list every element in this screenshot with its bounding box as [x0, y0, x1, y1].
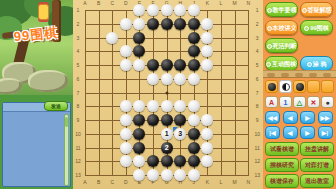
grid-line-vertical	[221, 10, 222, 176]
column-label-bottom: K	[206, 180, 209, 185]
black-stone	[161, 155, 173, 167]
menu-button-label: 互动围棋课	[272, 61, 298, 67]
row-label-right: 4	[256, 49, 259, 54]
nav-button-1-1[interactable]: ◀	[283, 126, 298, 139]
white-stone	[161, 100, 173, 112]
white-stone	[147, 73, 159, 85]
button-ring-icon	[267, 26, 272, 31]
lantern	[38, 4, 49, 20]
button-ring-icon	[267, 44, 272, 49]
go-board[interactable]: AABBCCDDEEFFGGHHJJKKLLMMNN11223344556677…	[73, 0, 263, 189]
chat-send-button[interactable]: 发送	[44, 101, 68, 111]
chat-message-area[interactable]: 发送	[2, 102, 71, 187]
go-teaching-app-window: 99围棋 发送 AABBCCDDEEFFGGHHJJKKLLMMNN112233…	[0, 0, 336, 189]
white-stone	[188, 169, 200, 181]
black-stone	[174, 18, 186, 30]
right-panel: 教学要领答疑解惑本校讲义99围棋死活判断互动围棋课涂 鸦 A1△✕● ◀◀◀▶▶…	[263, 0, 336, 189]
white-stone	[133, 155, 145, 167]
row-label-right: 6	[256, 76, 259, 81]
black-stone	[188, 32, 200, 44]
row-label-right: 9	[256, 118, 259, 123]
row-label-left: 10	[75, 131, 81, 136]
row-label-right: 13	[254, 173, 260, 178]
menu-button-4[interactable]: 99围棋	[300, 20, 333, 35]
menu-button-label: 涂 鸦	[313, 61, 327, 67]
black-stone	[147, 18, 159, 30]
column-label-top: A	[83, 1, 86, 6]
white-stone	[201, 114, 213, 126]
menu-button-8[interactable]: 涂 鸦	[300, 56, 333, 71]
white-stone	[120, 59, 132, 71]
row-label-right: 3	[256, 35, 259, 40]
nav-button-0-3[interactable]: ▶▶	[318, 111, 333, 124]
markup-tool-A[interactable]: A	[265, 96, 278, 108]
row-label-left: 8	[77, 104, 80, 109]
menu-button-label: 死活判断	[273, 43, 297, 49]
row-label-left: 9	[77, 118, 80, 123]
white-stone	[133, 169, 145, 181]
white-stone	[120, 100, 132, 112]
row-label-left: 7	[77, 90, 80, 95]
column-label-top: L	[220, 1, 223, 6]
white-stone	[120, 155, 132, 167]
black-stone	[161, 18, 173, 30]
place-black-stone-2[interactable]	[293, 80, 306, 93]
button-ring-icon	[267, 8, 272, 13]
black-stone-icon	[268, 83, 276, 91]
white-stone	[201, 155, 213, 167]
markup-tool-●[interactable]: ●	[321, 96, 334, 108]
markup-tool-✕[interactable]: ✕	[307, 96, 320, 108]
action-button-3[interactable]: 摆棋研究	[265, 158, 299, 172]
shelf-peg	[267, 73, 275, 77]
button-ring-icon	[304, 26, 309, 31]
action-button-1[interactable]: 试看棋谱	[265, 142, 299, 156]
black-stone	[188, 142, 200, 154]
white-stone	[133, 18, 145, 30]
white-stone-move-1: 1	[161, 128, 173, 140]
menu-button-label: 99围棋	[310, 25, 329, 31]
nav-button-0-2[interactable]: ▶	[300, 111, 315, 124]
left-panel: 99围棋 发送	[0, 0, 73, 189]
column-label-top: M	[233, 1, 237, 6]
nav-button-0-1[interactable]: ◀	[283, 111, 298, 124]
row-label-left: 12	[75, 159, 81, 164]
menu-button-5[interactable]: 死活判断	[265, 38, 298, 53]
menu-button-3[interactable]: 本校讲义	[265, 20, 298, 35]
chat-panel: 发送	[0, 95, 73, 189]
white-stone	[120, 114, 132, 126]
white-stone	[201, 142, 213, 154]
white-stone	[147, 4, 159, 16]
button-ring-icon	[302, 8, 307, 13]
column-label-top: D	[124, 1, 128, 6]
row-label-right: 11	[255, 145, 260, 150]
row-label-right: 1	[256, 8, 259, 13]
black-stone	[174, 114, 186, 126]
black-stone	[161, 114, 173, 126]
row-label-right: 12	[254, 159, 260, 164]
column-label-bottom: B	[97, 180, 100, 185]
row-label-right: 5	[256, 63, 259, 68]
black-stone-icon	[296, 83, 304, 91]
alternate-play[interactable]	[279, 80, 292, 93]
action-button-6[interactable]: 退出教室	[300, 174, 334, 188]
black-stone	[188, 59, 200, 71]
nav-button-1-2[interactable]: ▶	[300, 126, 315, 139]
shelf-peg	[309, 73, 317, 77]
nav-button-1-0[interactable]: |◀	[265, 126, 280, 139]
black-stone	[188, 18, 200, 30]
column-label-top: K	[206, 1, 209, 6]
column-label-bottom: M	[233, 180, 237, 185]
black-stone	[188, 155, 200, 167]
white-stone	[120, 142, 132, 154]
white-stone	[147, 169, 159, 181]
white-stone	[201, 18, 213, 30]
white-stone	[188, 73, 200, 85]
shelf-peg	[323, 73, 331, 77]
action-button-2[interactable]: 挂盘讲解	[300, 142, 334, 156]
white-stone	[161, 169, 173, 181]
column-label-top: C	[110, 1, 114, 6]
row-label-left: 2	[77, 21, 80, 26]
button-ring-icon	[307, 62, 312, 67]
last-move-marker	[173, 127, 178, 132]
row-label-left: 1	[77, 8, 80, 13]
shelf-peg	[295, 73, 303, 77]
column-label-bottom: A	[83, 180, 86, 185]
black-stone	[133, 32, 145, 44]
chat-scrollbar[interactable]	[64, 114, 69, 186]
white-stone	[188, 4, 200, 16]
column-label-bottom: L	[220, 180, 223, 185]
row-label-right: 7	[256, 90, 259, 95]
white-stone	[120, 45, 132, 57]
rock	[28, 70, 68, 92]
forest-illustration: 99围棋	[0, 0, 73, 95]
nav-button-0-0[interactable]: ◀◀	[265, 111, 280, 124]
white-stone	[201, 45, 213, 57]
markup-tool-△[interactable]: △	[293, 96, 306, 108]
nav-button-1-3[interactable]: ▶|	[318, 126, 333, 139]
black-stone	[161, 59, 173, 71]
menu-button-2[interactable]: 答疑解惑	[300, 2, 333, 17]
white-stone	[174, 73, 186, 85]
column-label-top: N	[246, 1, 250, 6]
menu-button-7[interactable]: 互动围棋课	[265, 56, 298, 71]
place-black-stone[interactable]	[265, 80, 278, 93]
black-stone	[147, 114, 159, 126]
row-label-left: 5	[77, 63, 80, 68]
black-stone	[133, 45, 145, 57]
grid-line-vertical	[235, 10, 236, 176]
white-stone	[161, 73, 173, 85]
menu-button-label: 本校讲义	[273, 25, 297, 31]
extra-tool[interactable]	[321, 80, 334, 93]
column-label-bottom: N	[246, 180, 250, 185]
black-stone	[174, 59, 186, 71]
row-label-left: 3	[77, 35, 80, 40]
column-label-top: B	[97, 1, 100, 6]
white-stone	[133, 4, 145, 16]
row-label-right: 10	[254, 131, 260, 136]
menu-button-1[interactable]: 教学要领	[265, 2, 298, 17]
menu-button-label: 教学要领	[273, 7, 297, 13]
row-label-left: 11	[75, 145, 80, 150]
eraser[interactable]	[307, 80, 320, 93]
wooden-shelf	[263, 70, 336, 78]
star-point	[165, 91, 168, 94]
row-label-left: 13	[75, 173, 81, 178]
black-stone	[133, 142, 145, 154]
black-stone	[174, 155, 186, 167]
white-stone	[188, 114, 200, 126]
white-stone	[174, 4, 186, 16]
column-label-bottom: D	[124, 180, 128, 185]
black-stone-move-2: 2	[161, 142, 173, 154]
action-button-4[interactable]: 对弈打谱	[300, 158, 334, 172]
alternate-stone-icon	[282, 83, 290, 91]
white-stone	[106, 32, 118, 44]
column-label-bottom: C	[110, 180, 114, 185]
black-stone	[188, 45, 200, 57]
shelf-peg	[281, 73, 289, 77]
white-stone	[174, 169, 186, 181]
black-stone	[133, 114, 145, 126]
row-label-right: 8	[256, 104, 259, 109]
chat-scrollbar-thumb[interactable]	[65, 117, 68, 127]
action-button-5[interactable]: 棋谱保存	[265, 174, 299, 188]
white-stone	[188, 100, 200, 112]
white-stone	[201, 32, 213, 44]
white-stone	[161, 4, 173, 16]
row-label-left: 4	[77, 49, 80, 54]
white-stone	[133, 100, 145, 112]
button-ring-icon	[266, 62, 271, 67]
black-stone	[188, 128, 200, 140]
rock	[0, 78, 22, 94]
black-stone	[133, 128, 145, 140]
white-stone	[120, 128, 132, 140]
white-stone	[201, 59, 213, 71]
white-stone	[120, 18, 132, 30]
grid-line-vertical	[248, 10, 249, 176]
menu-button-label: 答疑解惑	[308, 7, 332, 13]
row-label-left: 6	[77, 76, 80, 81]
white-stone-move-3: 3	[174, 128, 186, 140]
white-stone	[201, 128, 213, 140]
white-stone	[133, 59, 145, 71]
black-stone	[147, 155, 159, 167]
white-stone	[147, 100, 159, 112]
white-stone	[174, 100, 186, 112]
markup-tool-1[interactable]: 1	[279, 96, 292, 108]
grid-line-vertical	[180, 10, 181, 176]
row-label-right: 2	[256, 21, 259, 26]
black-stone	[147, 59, 159, 71]
